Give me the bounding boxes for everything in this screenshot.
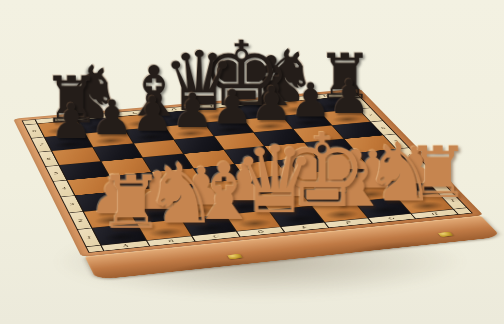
piece-black-pawn-d7: ♟ (171, 89, 211, 134)
brass-clasp-icon (438, 232, 454, 237)
piece-black-pawn-a7: ♟ (50, 99, 91, 145)
chess-board: ABCDEFGH8♜♞♝♛♚♝♞♜87♟♟♟♟♟♟♟♟7665544332♟♟♟… (22, 91, 473, 252)
brass-clasp-icon (228, 254, 244, 260)
piece-black-pawn-c7: ♟ (131, 92, 171, 137)
frame-corner (87, 245, 104, 252)
chess-set-photo: ABCDEFGH8♜♞♝♛♚♝♞♜87♟♟♟♟♟♟♟♟7665544332♟♟♟… (0, 0, 504, 324)
piece-black-pawn-b7: ♟ (91, 96, 131, 142)
square-a6 (52, 147, 100, 165)
piece-black-pawn-e7: ♟ (211, 85, 251, 130)
piece-white-rook-a1: ♜ (98, 168, 143, 238)
